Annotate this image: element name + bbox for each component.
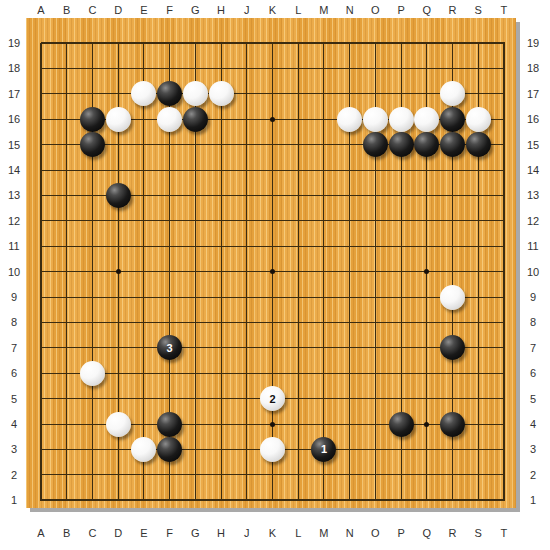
stone-black-F17[interactable] xyxy=(157,81,182,106)
grid-line-horizontal xyxy=(41,322,505,323)
row-label: 17 xyxy=(3,87,25,101)
column-label: B xyxy=(56,526,78,540)
grid-line-vertical xyxy=(221,43,222,501)
stone-black-R4[interactable] xyxy=(440,412,465,437)
grid-line-horizontal xyxy=(41,170,505,171)
stone-black-M3-move-1[interactable]: 1 xyxy=(311,437,336,462)
row-label: 11 xyxy=(522,239,544,253)
stone-white-D4[interactable] xyxy=(106,412,131,437)
column-label: M xyxy=(313,3,335,17)
column-label: A xyxy=(30,3,52,17)
row-label: 14 xyxy=(3,163,25,177)
stone-white-K5-move-2[interactable]: 2 xyxy=(260,386,285,411)
stone-black-Q15[interactable] xyxy=(414,132,439,157)
grid-line-vertical xyxy=(40,43,42,501)
row-label: 1 xyxy=(522,493,544,507)
stone-white-N16[interactable] xyxy=(337,107,362,132)
row-label: 15 xyxy=(3,138,25,152)
grid-line-horizontal xyxy=(41,42,505,44)
row-label: 19 xyxy=(522,36,544,50)
grid-line-horizontal xyxy=(41,246,505,247)
row-label: 11 xyxy=(3,239,25,253)
stone-white-K3[interactable] xyxy=(260,437,285,462)
column-label: N xyxy=(339,526,361,540)
stone-white-E3[interactable] xyxy=(131,437,156,462)
column-label: L xyxy=(287,526,309,540)
column-label: R xyxy=(442,526,464,540)
stone-black-C16[interactable] xyxy=(80,107,105,132)
column-label: S xyxy=(467,526,489,540)
stone-black-F7-move-3[interactable]: 3 xyxy=(157,335,182,360)
star-point xyxy=(424,422,429,427)
row-label: 1 xyxy=(3,493,25,507)
stone-white-H17[interactable] xyxy=(209,81,234,106)
row-label: 19 xyxy=(3,36,25,50)
column-label: G xyxy=(184,3,206,17)
column-label: Q xyxy=(416,526,438,540)
row-label: 18 xyxy=(3,61,25,75)
column-label: F xyxy=(159,3,181,17)
column-label: T xyxy=(493,3,515,17)
column-label: P xyxy=(390,526,412,540)
row-label: 3 xyxy=(522,442,544,456)
grid-line-vertical xyxy=(298,43,299,501)
row-label: 16 xyxy=(522,112,544,126)
row-label: 10 xyxy=(522,265,544,279)
row-label: 8 xyxy=(522,315,544,329)
stone-white-C6[interactable] xyxy=(80,361,105,386)
column-label: K xyxy=(261,3,283,17)
stone-black-G16[interactable] xyxy=(183,107,208,132)
row-label: 15 xyxy=(522,138,544,152)
row-label: 16 xyxy=(3,112,25,126)
row-label: 2 xyxy=(522,468,544,482)
row-label: 12 xyxy=(3,214,25,228)
grid-line-horizontal xyxy=(41,297,505,298)
stone-black-S15[interactable] xyxy=(466,132,491,157)
stone-white-G17[interactable] xyxy=(183,81,208,106)
grid-line-horizontal xyxy=(41,68,505,69)
stone-black-C15[interactable] xyxy=(80,132,105,157)
stone-black-O15[interactable] xyxy=(363,132,388,157)
column-label: E xyxy=(133,526,155,540)
row-label: 5 xyxy=(3,392,25,406)
column-label: A xyxy=(30,526,52,540)
row-label: 4 xyxy=(522,417,544,431)
star-point xyxy=(270,422,275,427)
column-label: G xyxy=(184,526,206,540)
stone-black-R7[interactable] xyxy=(440,335,465,360)
grid-line-horizontal xyxy=(41,220,505,221)
grid-line-horizontal xyxy=(41,499,505,501)
row-label: 3 xyxy=(3,442,25,456)
grid-line-horizontal xyxy=(41,93,505,94)
grid-line-horizontal xyxy=(41,474,505,475)
column-label: K xyxy=(261,526,283,540)
row-label: 2 xyxy=(3,468,25,482)
stone-black-R15[interactable] xyxy=(440,132,465,157)
column-label: S xyxy=(467,3,489,17)
grid-line-vertical xyxy=(246,43,247,501)
stone-black-P4[interactable] xyxy=(389,412,414,437)
column-label: D xyxy=(107,526,129,540)
column-label: O xyxy=(364,526,386,540)
column-label: F xyxy=(159,526,181,540)
star-point xyxy=(116,269,121,274)
column-label: C xyxy=(81,526,103,540)
column-label: H xyxy=(210,526,232,540)
column-label: P xyxy=(390,3,412,17)
row-label: 13 xyxy=(3,188,25,202)
row-label: 6 xyxy=(3,366,25,380)
column-label: O xyxy=(364,3,386,17)
column-label: D xyxy=(107,3,129,17)
column-label: E xyxy=(133,3,155,17)
column-label: R xyxy=(442,3,464,17)
row-label: 5 xyxy=(522,392,544,406)
stone-white-P16[interactable] xyxy=(389,107,414,132)
stone-black-F3[interactable] xyxy=(157,437,182,462)
grid-line-vertical xyxy=(323,43,324,501)
stone-white-R17[interactable] xyxy=(440,81,465,106)
star-point xyxy=(270,117,275,122)
row-label: 10 xyxy=(3,265,25,279)
column-label: C xyxy=(81,3,103,17)
stone-white-D16[interactable] xyxy=(106,107,131,132)
row-label: 8 xyxy=(3,315,25,329)
go-board[interactable]: 321 xyxy=(26,18,516,508)
row-label: 14 xyxy=(522,163,544,177)
go-board-panel: 321 ABCDEFGHJKLMNOPQRST ABCDEFGHJKLMNOPQ… xyxy=(0,0,550,550)
stone-white-S16[interactable] xyxy=(466,107,491,132)
column-label: T xyxy=(493,526,515,540)
stone-black-P15[interactable] xyxy=(389,132,414,157)
star-point xyxy=(270,269,275,274)
stone-white-R9[interactable] xyxy=(440,285,465,310)
grid-line-horizontal xyxy=(41,347,505,348)
row-label: 13 xyxy=(522,188,544,202)
column-label: Q xyxy=(416,3,438,17)
row-label: 6 xyxy=(522,366,544,380)
column-label: L xyxy=(287,3,309,17)
column-label: B xyxy=(56,3,78,17)
column-label: J xyxy=(236,3,258,17)
stone-white-F16[interactable] xyxy=(157,107,182,132)
stone-white-Q16[interactable] xyxy=(414,107,439,132)
grid-line-vertical xyxy=(66,43,67,501)
row-label: 4 xyxy=(3,417,25,431)
row-label: 7 xyxy=(522,341,544,355)
row-label: 12 xyxy=(522,214,544,228)
row-label: 9 xyxy=(522,290,544,304)
stone-black-R16[interactable] xyxy=(440,107,465,132)
column-label: H xyxy=(210,3,232,17)
column-label: J xyxy=(236,526,258,540)
grid-line-vertical xyxy=(503,43,505,501)
column-label: N xyxy=(339,3,361,17)
stone-white-O16[interactable] xyxy=(363,107,388,132)
stone-white-E17[interactable] xyxy=(131,81,156,106)
row-label: 18 xyxy=(522,61,544,75)
row-label: 7 xyxy=(3,341,25,355)
stone-black-F4[interactable] xyxy=(157,412,182,437)
row-label: 9 xyxy=(3,290,25,304)
stone-black-D13[interactable] xyxy=(106,183,131,208)
column-label: M xyxy=(313,526,335,540)
star-point xyxy=(424,269,429,274)
grid-line-horizontal xyxy=(41,373,505,374)
grid-line-vertical xyxy=(143,43,144,501)
row-label: 17 xyxy=(522,87,544,101)
